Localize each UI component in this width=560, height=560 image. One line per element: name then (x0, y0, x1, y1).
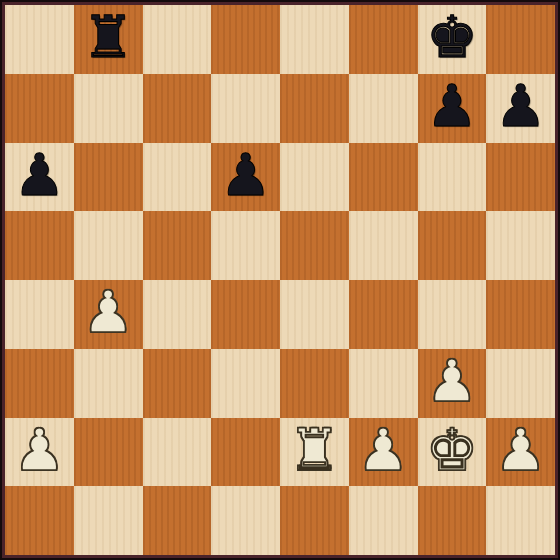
square-d5[interactable] (211, 211, 280, 280)
square-h6[interactable] (486, 143, 555, 212)
square-a2[interactable]: ♟ (5, 418, 74, 487)
square-h1[interactable] (486, 486, 555, 555)
white-pawn: ♟ (357, 421, 409, 479)
white-rook: ♜ (288, 421, 340, 479)
square-e2[interactable]: ♜ (280, 418, 349, 487)
square-c1[interactable] (143, 486, 212, 555)
square-f2[interactable]: ♟ (349, 418, 418, 487)
square-h4[interactable] (486, 280, 555, 349)
square-g5[interactable] (418, 211, 487, 280)
square-e3[interactable] (280, 349, 349, 418)
white-pawn: ♟ (495, 421, 547, 479)
black-pawn: ♟ (426, 77, 478, 135)
square-f4[interactable] (349, 280, 418, 349)
square-g8[interactable]: ♚ (418, 5, 487, 74)
square-f6[interactable] (349, 143, 418, 212)
square-e7[interactable] (280, 74, 349, 143)
square-g2[interactable]: ♚ (418, 418, 487, 487)
square-g1[interactable] (418, 486, 487, 555)
square-c8[interactable] (143, 5, 212, 74)
square-f1[interactable] (349, 486, 418, 555)
square-a3[interactable] (5, 349, 74, 418)
square-d2[interactable] (211, 418, 280, 487)
square-b1[interactable] (74, 486, 143, 555)
square-a5[interactable] (5, 211, 74, 280)
white-pawn: ♟ (13, 421, 65, 479)
square-h3[interactable] (486, 349, 555, 418)
square-c5[interactable] (143, 211, 212, 280)
square-a4[interactable] (5, 280, 74, 349)
square-b2[interactable] (74, 418, 143, 487)
square-d1[interactable] (211, 486, 280, 555)
white-pawn: ♟ (82, 283, 134, 341)
square-d6[interactable]: ♟ (211, 143, 280, 212)
square-a8[interactable] (5, 5, 74, 74)
black-pawn: ♟ (220, 146, 272, 204)
square-h8[interactable] (486, 5, 555, 74)
black-pawn: ♟ (495, 77, 547, 135)
square-f8[interactable] (349, 5, 418, 74)
square-h7[interactable]: ♟ (486, 74, 555, 143)
square-e6[interactable] (280, 143, 349, 212)
square-d7[interactable] (211, 74, 280, 143)
square-d4[interactable] (211, 280, 280, 349)
chess-board: ♜♚♟♟♟♟♟♟♟♜♟♚♟ (5, 5, 555, 555)
black-rook: ♜ (82, 8, 134, 66)
square-c2[interactable] (143, 418, 212, 487)
square-c7[interactable] (143, 74, 212, 143)
square-a6[interactable]: ♟ (5, 143, 74, 212)
black-pawn: ♟ (13, 146, 65, 204)
square-b7[interactable] (74, 74, 143, 143)
white-pawn: ♟ (426, 352, 478, 410)
square-h5[interactable] (486, 211, 555, 280)
black-king: ♚ (426, 8, 478, 66)
square-h2[interactable]: ♟ (486, 418, 555, 487)
square-a1[interactable] (5, 486, 74, 555)
square-b4[interactable]: ♟ (74, 280, 143, 349)
square-e5[interactable] (280, 211, 349, 280)
square-f3[interactable] (349, 349, 418, 418)
square-b3[interactable] (74, 349, 143, 418)
board-frame: ♜♚♟♟♟♟♟♟♟♜♟♚♟ (0, 0, 560, 560)
square-d8[interactable] (211, 5, 280, 74)
square-g6[interactable] (418, 143, 487, 212)
square-g4[interactable] (418, 280, 487, 349)
square-b8[interactable]: ♜ (74, 5, 143, 74)
square-c4[interactable] (143, 280, 212, 349)
square-d3[interactable] (211, 349, 280, 418)
square-f7[interactable] (349, 74, 418, 143)
square-e1[interactable] (280, 486, 349, 555)
square-b5[interactable] (74, 211, 143, 280)
square-e4[interactable] (280, 280, 349, 349)
square-g3[interactable]: ♟ (418, 349, 487, 418)
square-e8[interactable] (280, 5, 349, 74)
white-king: ♚ (426, 421, 478, 479)
square-c6[interactable] (143, 143, 212, 212)
square-a7[interactable] (5, 74, 74, 143)
square-g7[interactable]: ♟ (418, 74, 487, 143)
square-c3[interactable] (143, 349, 212, 418)
square-b6[interactable] (74, 143, 143, 212)
square-f5[interactable] (349, 211, 418, 280)
